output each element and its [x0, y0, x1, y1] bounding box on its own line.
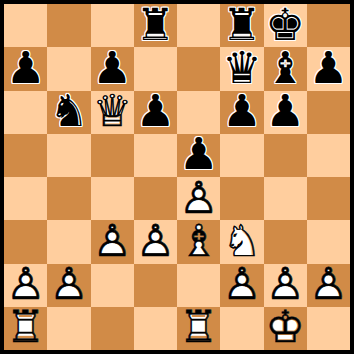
square-a2[interactable]: ♟♙ — [4, 264, 47, 307]
piece-white-pawn[interactable]: ♙ — [307, 263, 350, 306]
piece-black-pawn[interactable]: ♟ — [307, 46, 350, 89]
square-c8[interactable] — [91, 4, 134, 47]
square-c1[interactable] — [91, 307, 134, 350]
piece-black-rook[interactable]: ♜ — [220, 3, 263, 46]
square-h3[interactable] — [307, 220, 350, 263]
piece-black-pawn[interactable]: ♟ — [134, 90, 177, 133]
square-d7[interactable] — [134, 47, 177, 90]
piece-white-pawn[interactable]: ♙ — [47, 263, 90, 306]
square-e5[interactable]: ♟ — [177, 134, 220, 177]
square-f6[interactable]: ♟ — [220, 91, 263, 134]
square-d8[interactable]: ♜ — [134, 4, 177, 47]
square-a3[interactable] — [4, 220, 47, 263]
square-b7[interactable] — [47, 47, 90, 90]
square-d3[interactable]: ♟♙ — [134, 220, 177, 263]
piece-white-pawn[interactable]: ♙ — [177, 176, 220, 219]
square-c7[interactable]: ♟ — [91, 47, 134, 90]
board-grid: ♜♜♚♟♟♛♝♟♞♛♕♟♟♟♟♟♙♟♙♟♙♝♗♞♘♟♙♟♙♟♙♟♙♟♙♜♖♜♖♚… — [4, 4, 350, 350]
piece-black-pawn[interactable]: ♟ — [91, 46, 134, 89]
piece-white-rook[interactable]: ♖ — [177, 306, 220, 349]
piece-white-pawn-fill: ♟ — [177, 176, 220, 219]
square-e2[interactable] — [177, 264, 220, 307]
square-h4[interactable] — [307, 177, 350, 220]
square-c6[interactable]: ♛♕ — [91, 91, 134, 134]
piece-white-pawn-fill: ♟ — [91, 219, 134, 262]
square-b2[interactable]: ♟♙ — [47, 264, 90, 307]
square-a4[interactable] — [4, 177, 47, 220]
square-d6[interactable]: ♟ — [134, 91, 177, 134]
piece-white-pawn[interactable]: ♙ — [91, 219, 134, 262]
piece-white-knight[interactable]: ♘ — [220, 219, 263, 262]
piece-white-pawn-fill: ♟ — [134, 219, 177, 262]
square-a6[interactable] — [4, 91, 47, 134]
square-f3[interactable]: ♞♘ — [220, 220, 263, 263]
square-d1[interactable] — [134, 307, 177, 350]
square-e6[interactable] — [177, 91, 220, 134]
piece-black-pawn[interactable]: ♟ — [177, 133, 220, 176]
piece-white-rook[interactable]: ♖ — [4, 306, 47, 349]
piece-black-pawn[interactable]: ♟ — [220, 90, 263, 133]
square-f8[interactable]: ♜ — [220, 4, 263, 47]
square-a8[interactable] — [4, 4, 47, 47]
square-b5[interactable] — [47, 134, 90, 177]
square-h6[interactable] — [307, 91, 350, 134]
square-a1[interactable]: ♜♖ — [4, 307, 47, 350]
piece-white-pawn-fill: ♟ — [307, 263, 350, 306]
square-c2[interactable] — [91, 264, 134, 307]
piece-white-king-fill: ♚ — [264, 306, 307, 349]
square-g1[interactable]: ♚♔ — [264, 307, 307, 350]
square-e7[interactable] — [177, 47, 220, 90]
square-b8[interactable] — [47, 4, 90, 47]
square-g6[interactable]: ♟ — [264, 91, 307, 134]
piece-white-pawn[interactable]: ♙ — [220, 263, 263, 306]
square-g4[interactable] — [264, 177, 307, 220]
square-b3[interactable] — [47, 220, 90, 263]
square-f4[interactable] — [220, 177, 263, 220]
piece-black-knight[interactable]: ♞ — [47, 90, 90, 133]
square-h7[interactable]: ♟ — [307, 47, 350, 90]
square-f7[interactable]: ♛ — [220, 47, 263, 90]
square-c4[interactable] — [91, 177, 134, 220]
square-g3[interactable] — [264, 220, 307, 263]
piece-white-pawn[interactable]: ♙ — [134, 219, 177, 262]
piece-black-king[interactable]: ♚ — [264, 3, 307, 46]
piece-white-pawn-fill: ♟ — [4, 263, 47, 306]
piece-black-rook[interactable]: ♜ — [134, 3, 177, 46]
square-f2[interactable]: ♟♙ — [220, 264, 263, 307]
square-g7[interactable]: ♝ — [264, 47, 307, 90]
piece-white-pawn[interactable]: ♙ — [264, 263, 307, 306]
square-g5[interactable] — [264, 134, 307, 177]
piece-white-pawn-fill: ♟ — [220, 263, 263, 306]
piece-white-knight-fill: ♞ — [220, 219, 263, 262]
piece-white-rook-fill: ♜ — [177, 306, 220, 349]
piece-white-pawn-fill: ♟ — [264, 263, 307, 306]
square-g2[interactable]: ♟♙ — [264, 264, 307, 307]
square-g8[interactable]: ♚ — [264, 4, 307, 47]
piece-white-bishop[interactable]: ♗ — [177, 219, 220, 262]
piece-black-pawn[interactable]: ♟ — [264, 90, 307, 133]
square-h2[interactable]: ♟♙ — [307, 264, 350, 307]
piece-white-pawn[interactable]: ♙ — [4, 263, 47, 306]
square-e8[interactable] — [177, 4, 220, 47]
square-c3[interactable]: ♟♙ — [91, 220, 134, 263]
piece-white-rook-fill: ♜ — [4, 306, 47, 349]
piece-white-king[interactable]: ♔ — [264, 306, 307, 349]
square-h1[interactable] — [307, 307, 350, 350]
square-b1[interactable] — [47, 307, 90, 350]
piece-black-pawn[interactable]: ♟ — [4, 46, 47, 89]
square-f1[interactable] — [220, 307, 263, 350]
square-e4[interactable]: ♟♙ — [177, 177, 220, 220]
square-b6[interactable]: ♞ — [47, 91, 90, 134]
chess-board: ♜♜♚♟♟♛♝♟♞♛♕♟♟♟♟♟♙♟♙♟♙♝♗♞♘♟♙♟♙♟♙♟♙♟♙♜♖♜♖♚… — [0, 0, 354, 354]
square-a7[interactable]: ♟ — [4, 47, 47, 90]
piece-white-queen-fill: ♛ — [91, 90, 134, 133]
piece-white-pawn-fill: ♟ — [47, 263, 90, 306]
square-d4[interactable] — [134, 177, 177, 220]
piece-white-bishop-fill: ♝ — [177, 219, 220, 262]
square-h8[interactable] — [307, 4, 350, 47]
square-h5[interactable] — [307, 134, 350, 177]
piece-black-queen[interactable]: ♛ — [220, 46, 263, 89]
square-e1[interactable]: ♜♖ — [177, 307, 220, 350]
square-f5[interactable] — [220, 134, 263, 177]
square-d5[interactable] — [134, 134, 177, 177]
square-b4[interactable] — [47, 177, 90, 220]
square-d2[interactable] — [134, 264, 177, 307]
piece-white-queen[interactable]: ♕ — [91, 90, 134, 133]
piece-black-bishop[interactable]: ♝ — [264, 46, 307, 89]
square-a5[interactable] — [4, 134, 47, 177]
square-e3[interactable]: ♝♗ — [177, 220, 220, 263]
square-c5[interactable] — [91, 134, 134, 177]
